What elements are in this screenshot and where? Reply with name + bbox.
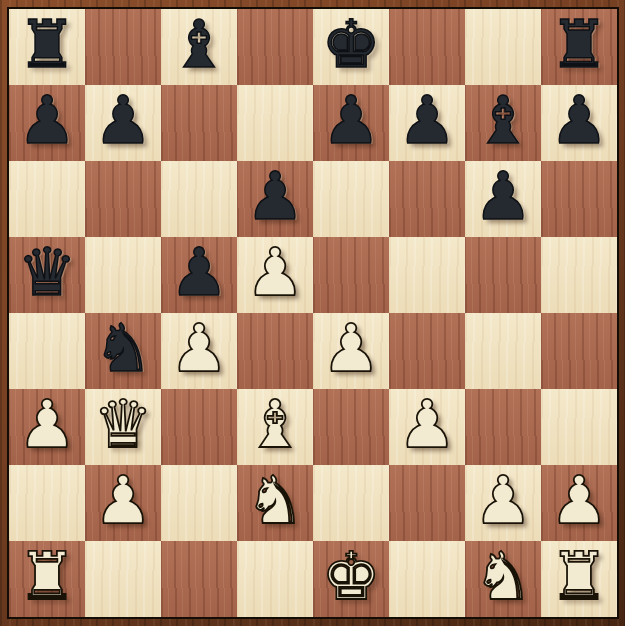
square-h6[interactable] xyxy=(541,161,617,237)
square-d4[interactable] xyxy=(237,313,313,389)
square-e8[interactable]: ♚ xyxy=(313,9,389,85)
black-bishop-piece[interactable]: ♝ xyxy=(169,12,228,78)
square-e2[interactable] xyxy=(313,465,389,541)
square-b8[interactable] xyxy=(85,9,161,85)
square-h7[interactable]: ♟ xyxy=(541,85,617,161)
square-e4[interactable]: ♟ xyxy=(313,313,389,389)
square-g1[interactable]: ♞ xyxy=(465,541,541,617)
square-b6[interactable] xyxy=(85,161,161,237)
black-pawn-piece[interactable]: ♟ xyxy=(17,88,76,154)
square-d6[interactable]: ♟ xyxy=(237,161,313,237)
black-king-piece[interactable]: ♚ xyxy=(321,12,380,78)
white-rook-piece[interactable]: ♜ xyxy=(17,544,76,610)
square-b3[interactable]: ♛ xyxy=(85,389,161,465)
square-f8[interactable] xyxy=(389,9,465,85)
white-pawn-piece[interactable]: ♟ xyxy=(17,392,76,458)
square-h4[interactable] xyxy=(541,313,617,389)
square-h8[interactable]: ♜ xyxy=(541,9,617,85)
square-f6[interactable] xyxy=(389,161,465,237)
square-c7[interactable] xyxy=(161,85,237,161)
square-c8[interactable]: ♝ xyxy=(161,9,237,85)
square-g5[interactable] xyxy=(465,237,541,313)
square-f2[interactable] xyxy=(389,465,465,541)
white-bishop-piece[interactable]: ♝ xyxy=(245,392,304,458)
square-d8[interactable] xyxy=(237,9,313,85)
black-pawn-piece[interactable]: ♟ xyxy=(397,88,456,154)
white-pawn-piece[interactable]: ♟ xyxy=(549,468,608,534)
white-pawn-piece[interactable]: ♟ xyxy=(321,316,380,382)
chess-app-window: ♜♝♚♜♟♟♟♟♝♟♟♟♛♟♟♞♟♟♟♛♝♟♟♞♟♟♜♚♞♜ xyxy=(0,0,625,626)
square-e1[interactable]: ♚ xyxy=(313,541,389,617)
white-pawn-piece[interactable]: ♟ xyxy=(169,316,228,382)
black-knight-piece[interactable]: ♞ xyxy=(93,316,152,382)
square-g7[interactable]: ♝ xyxy=(465,85,541,161)
square-c2[interactable] xyxy=(161,465,237,541)
square-a8[interactable]: ♜ xyxy=(9,9,85,85)
black-pawn-piece[interactable]: ♟ xyxy=(549,88,608,154)
black-pawn-piece[interactable]: ♟ xyxy=(93,88,152,154)
black-pawn-piece[interactable]: ♟ xyxy=(473,164,532,230)
square-g3[interactable] xyxy=(465,389,541,465)
white-rook-piece[interactable]: ♜ xyxy=(549,544,608,610)
square-f3[interactable]: ♟ xyxy=(389,389,465,465)
square-b4[interactable]: ♞ xyxy=(85,313,161,389)
white-pawn-piece[interactable]: ♟ xyxy=(397,392,456,458)
square-a7[interactable]: ♟ xyxy=(9,85,85,161)
black-pawn-piece[interactable]: ♟ xyxy=(245,164,304,230)
chessboard: ♜♝♚♜♟♟♟♟♝♟♟♟♛♟♟♞♟♟♟♛♝♟♟♞♟♟♜♚♞♜ xyxy=(9,9,617,617)
black-rook-piece[interactable]: ♜ xyxy=(17,12,76,78)
square-b1[interactable] xyxy=(85,541,161,617)
square-g4[interactable] xyxy=(465,313,541,389)
square-d3[interactable]: ♝ xyxy=(237,389,313,465)
square-a3[interactable]: ♟ xyxy=(9,389,85,465)
square-d7[interactable] xyxy=(237,85,313,161)
white-king-piece[interactable]: ♚ xyxy=(321,544,380,610)
black-bishop-piece[interactable]: ♝ xyxy=(473,88,532,154)
white-queen-piece[interactable]: ♛ xyxy=(93,392,152,458)
square-a4[interactable] xyxy=(9,313,85,389)
black-queen-piece[interactable]: ♛ xyxy=(17,240,76,306)
square-a5[interactable]: ♛ xyxy=(9,237,85,313)
square-d5[interactable]: ♟ xyxy=(237,237,313,313)
square-b2[interactable]: ♟ xyxy=(85,465,161,541)
square-c6[interactable] xyxy=(161,161,237,237)
square-b7[interactable]: ♟ xyxy=(85,85,161,161)
square-f5[interactable] xyxy=(389,237,465,313)
chessboard-frame: ♜♝♚♜♟♟♟♟♝♟♟♟♛♟♟♞♟♟♟♛♝♟♟♞♟♟♜♚♞♜ xyxy=(0,0,625,626)
square-c5[interactable]: ♟ xyxy=(161,237,237,313)
black-pawn-piece[interactable]: ♟ xyxy=(169,240,228,306)
square-c4[interactable]: ♟ xyxy=(161,313,237,389)
white-knight-piece[interactable]: ♞ xyxy=(245,468,304,534)
white-pawn-piece[interactable]: ♟ xyxy=(245,240,304,306)
square-e3[interactable] xyxy=(313,389,389,465)
square-a1[interactable]: ♜ xyxy=(9,541,85,617)
square-f4[interactable] xyxy=(389,313,465,389)
square-h3[interactable] xyxy=(541,389,617,465)
square-g2[interactable]: ♟ xyxy=(465,465,541,541)
square-f7[interactable]: ♟ xyxy=(389,85,465,161)
square-e5[interactable] xyxy=(313,237,389,313)
square-b5[interactable] xyxy=(85,237,161,313)
square-h1[interactable]: ♜ xyxy=(541,541,617,617)
white-knight-piece[interactable]: ♞ xyxy=(473,544,532,610)
square-a6[interactable] xyxy=(9,161,85,237)
square-c3[interactable] xyxy=(161,389,237,465)
square-g6[interactable]: ♟ xyxy=(465,161,541,237)
square-h5[interactable] xyxy=(541,237,617,313)
square-e7[interactable]: ♟ xyxy=(313,85,389,161)
square-a2[interactable] xyxy=(9,465,85,541)
black-pawn-piece[interactable]: ♟ xyxy=(321,88,380,154)
square-f1[interactable] xyxy=(389,541,465,617)
white-pawn-piece[interactable]: ♟ xyxy=(473,468,532,534)
square-d2[interactable]: ♞ xyxy=(237,465,313,541)
square-d1[interactable] xyxy=(237,541,313,617)
square-c1[interactable] xyxy=(161,541,237,617)
square-h2[interactable]: ♟ xyxy=(541,465,617,541)
square-e6[interactable] xyxy=(313,161,389,237)
white-pawn-piece[interactable]: ♟ xyxy=(93,468,152,534)
square-g8[interactable] xyxy=(465,9,541,85)
black-rook-piece[interactable]: ♜ xyxy=(549,12,608,78)
